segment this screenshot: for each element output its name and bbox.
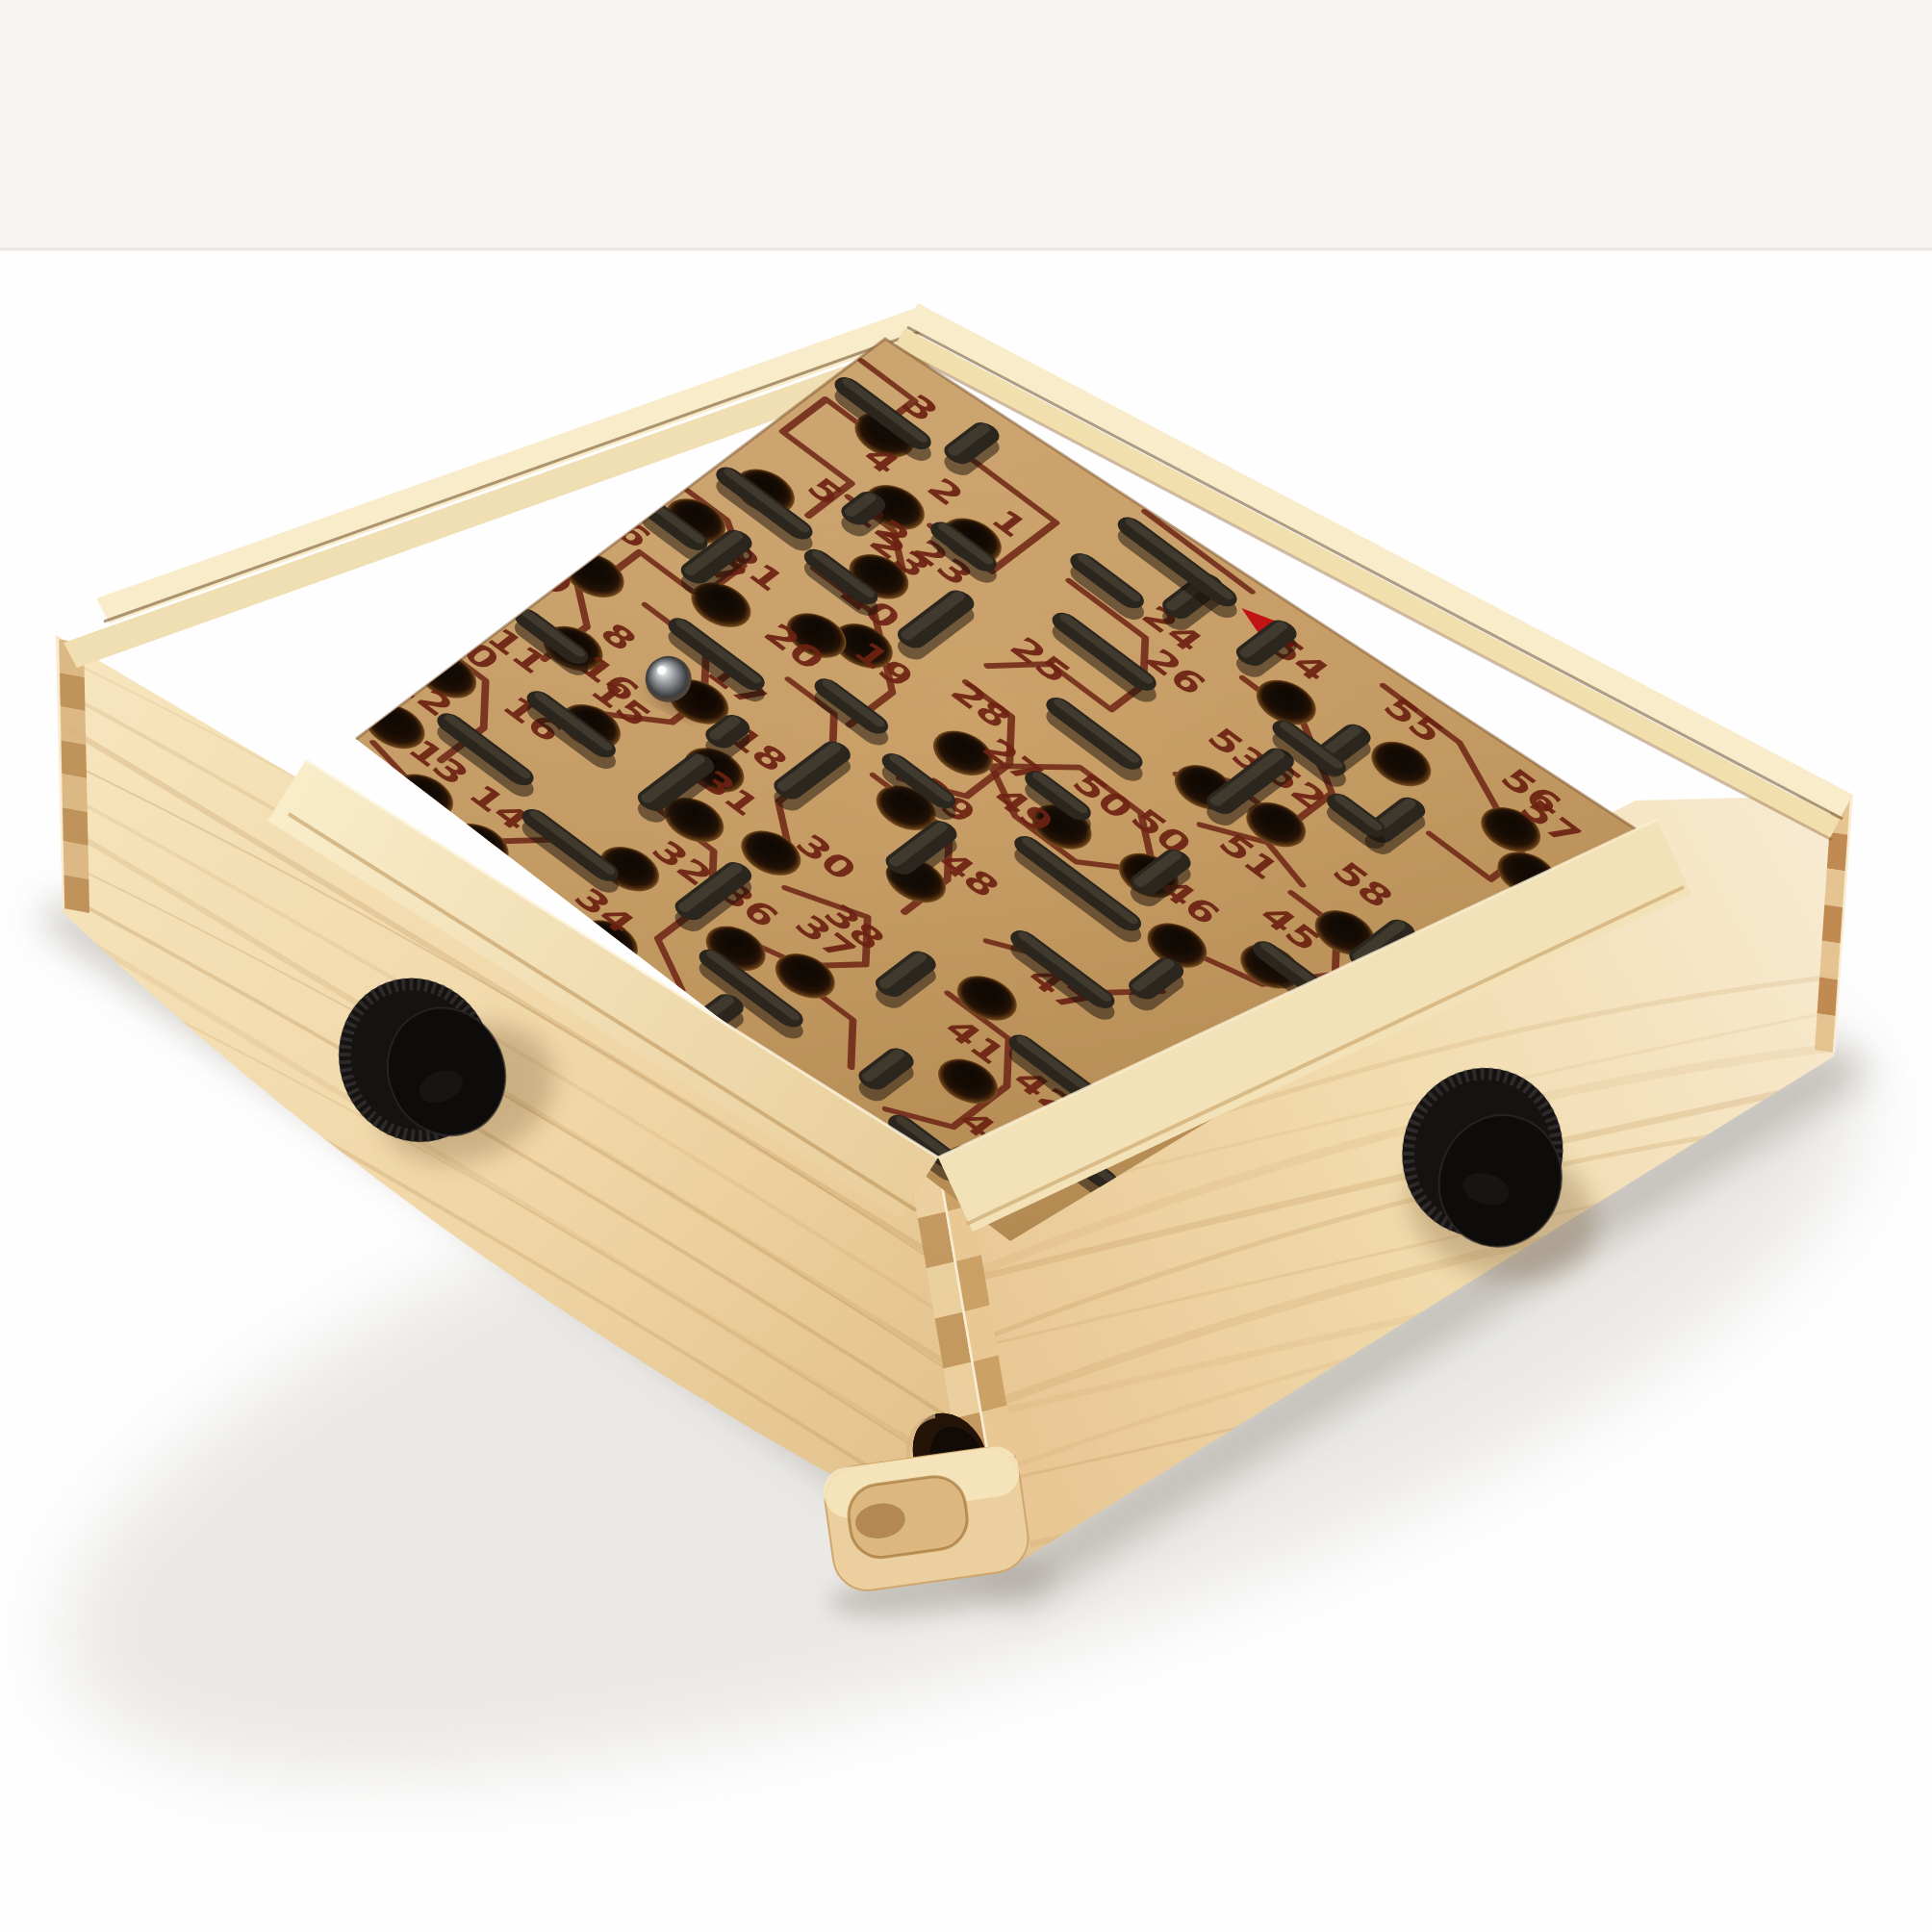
finger-joint-tile [61, 774, 88, 812]
steel-ball [646, 656, 692, 702]
ball-specular-highlight [657, 666, 666, 674]
finger-joint-tile [60, 706, 87, 745]
labyrinth-scene: 1234567891011121314151616171819202021222… [0, 0, 1932, 1932]
finger-joint-tile [63, 875, 89, 913]
finger-joint-tile [63, 841, 89, 879]
finger-joint-tile [60, 740, 87, 778]
product-photo-labyrinth-game: 1234567891011121314151616171819202021222… [0, 0, 1932, 1932]
finger-joint-tile [59, 673, 86, 711]
finger-joint-tile [62, 807, 89, 846]
backdrop-upper-band [0, 0, 1932, 248]
